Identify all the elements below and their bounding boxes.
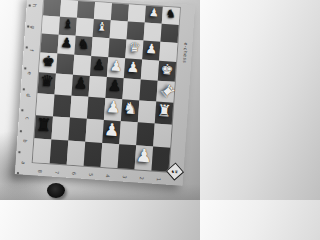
white-pawn-e3: ♟ [126, 59, 140, 74]
black-pawn-d6: ♟ [74, 76, 88, 92]
square-c4: ♟ [104, 98, 122, 121]
square-f2: ♟ [142, 41, 160, 61]
black-knight-f6: ♞ [77, 37, 90, 51]
square-g2 [144, 23, 162, 42]
dgt-diamond-logo: ♞♛ [166, 162, 184, 180]
square-b2 [136, 122, 155, 146]
square-f6: ♞ [74, 36, 92, 56]
board-grid: ♟♞♝♝♟♞♛♟♚♟♟♟♚♛♟♟♜♟♞♜♜♟♟ [32, 0, 181, 173]
black-pawn-e5: ♟ [92, 57, 106, 72]
square-h4 [111, 3, 129, 21]
rank-label-6: 6 [68, 165, 78, 183]
square-d5 [88, 76, 106, 98]
square-d3 [122, 78, 140, 100]
square-d8: ♛ [38, 72, 56, 94]
square-c2 [138, 100, 156, 123]
square-e7 [56, 54, 74, 75]
square-a4 [101, 143, 120, 168]
square-e6 [73, 55, 91, 76]
square-e3: ♟ [124, 58, 142, 79]
rank-label-3: 3 [119, 168, 129, 186]
file-label-c: c [24, 117, 29, 120]
square-e2 [141, 60, 159, 81]
white-bishop-g5: ♝ [96, 20, 108, 33]
square-h3 [128, 4, 146, 22]
rank-label-1: 1 [153, 171, 163, 189]
square-a6 [67, 141, 86, 166]
file-label-a: a [21, 161, 26, 164]
black-knight-h1: ♞ [166, 8, 177, 20]
white-pawn-f2: ♟ [145, 42, 158, 56]
square-d4: ♟ [105, 77, 123, 99]
square-g8 [42, 15, 60, 34]
black-king-e8: ♚ [42, 54, 56, 69]
file-label-h: h [32, 3, 37, 7]
black-pawn-d4: ♟ [108, 78, 122, 94]
square-a7 [50, 139, 69, 164]
white-pawn-c4: ♟ [106, 99, 121, 116]
square-h7 [60, 0, 78, 18]
square-f4 [108, 38, 126, 58]
square-c7 [53, 94, 71, 117]
black-bishop-g7: ♝ [62, 18, 74, 31]
white-knight-c3: ♞ [123, 100, 138, 117]
file-label-e: e [27, 71, 32, 74]
black-pawn-f7: ♟ [60, 36, 73, 50]
square-f8 [40, 33, 58, 53]
brand-text: e-chess [182, 42, 188, 63]
file-label-g: g [31, 26, 36, 30]
square-c8 [36, 93, 54, 116]
square-b3 [119, 121, 138, 145]
dgt-logo-glyphs: ♞♛ [171, 169, 178, 173]
square-a2: ♟ [135, 145, 154, 170]
square-g5: ♝ [93, 19, 111, 38]
square-c5 [87, 97, 105, 120]
square-b5 [85, 119, 104, 143]
white-king-e1: ♚ [160, 62, 174, 77]
square-d7 [55, 74, 73, 96]
square-c3: ♞ [121, 99, 139, 122]
white-pawn-a2: ♟ [135, 146, 152, 165]
white-rook-c1: ♜ [156, 103, 171, 120]
table-shadow-bottom [0, 184, 200, 200]
file-label-f: f [29, 49, 34, 51]
square-b4: ♟ [102, 120, 121, 144]
square-f3: ♛ [125, 39, 143, 59]
square-e4: ♟ [107, 57, 125, 78]
square-b7 [51, 116, 70, 140]
white-pawn-h2: ♟ [149, 7, 160, 19]
rank-label-5: 5 [85, 166, 95, 184]
rank-label-7: 7 [52, 164, 62, 182]
square-b8: ♜ [34, 115, 53, 139]
rank-label-8: 8 [35, 162, 45, 180]
square-e8: ♚ [39, 52, 57, 73]
white-pawn-e4: ♟ [109, 58, 123, 73]
square-a8 [33, 138, 52, 163]
square-f7: ♟ [57, 35, 75, 55]
square-g7: ♝ [59, 17, 77, 36]
table-photo: { "game": "chess", "scene_label": "overh… [0, 0, 200, 200]
square-d2 [139, 79, 157, 101]
square-h2: ♟ [145, 6, 163, 24]
square-a3 [118, 144, 137, 169]
square-d6: ♟ [71, 75, 89, 97]
file-label-b: b [23, 139, 28, 143]
square-b6 [68, 118, 87, 142]
square-f5 [91, 37, 109, 57]
black-queen-d8: ♛ [40, 73, 54, 89]
square-h8 [43, 0, 61, 17]
white-pawn-b4: ♟ [103, 121, 119, 139]
square-e5: ♟ [90, 56, 108, 77]
rank-label-4: 4 [102, 167, 112, 185]
square-h6 [77, 1, 95, 19]
square-a5 [84, 142, 103, 167]
square-g4 [110, 20, 128, 39]
file-label-d: d [26, 94, 31, 98]
square-g6 [76, 18, 94, 37]
square-c6 [70, 96, 88, 119]
captured-black-piece [47, 183, 65, 198]
square-g3 [127, 21, 145, 40]
black-rook-b8: ♜ [36, 116, 52, 134]
square-h5 [94, 2, 112, 20]
white-queen-f3: ♛ [128, 41, 141, 55]
rank-label-2: 2 [136, 169, 146, 187]
chess-board: hgfedcba ♟♞♝♝♟♞♛♟♚♟♟♟♚♛♟♟♜♟♞♜♜♟♟ 8765432… [15, 0, 195, 186]
